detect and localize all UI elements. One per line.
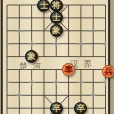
piece-black-elephant[interactable]: 象 xyxy=(50,24,63,37)
piece-character: 士 xyxy=(52,11,61,24)
piece-character: 卒 xyxy=(77,102,86,114)
piece-red-chariot[interactable]: 車 xyxy=(62,63,75,76)
piece-character: 車 xyxy=(64,63,73,76)
piece-black-soldier[interactable]: 卒 xyxy=(74,102,87,114)
piece-black-elephant[interactable]: 象 xyxy=(25,50,38,63)
piece-character: 兵 xyxy=(104,65,113,78)
xiangqi-app-screen: 楚河 汉界 士将士象象車兵卒卒 xyxy=(0,0,114,114)
piece-black-advisor[interactable]: 士 xyxy=(50,11,63,24)
piece-character: 象 xyxy=(52,24,61,37)
piece-character: 士 xyxy=(40,0,49,12)
piece-character: 将 xyxy=(52,0,61,12)
piece-red-soldier[interactable]: 兵 xyxy=(102,65,114,78)
piece-character: 象 xyxy=(27,50,36,63)
board-grid[interactable]: 士将士象象車兵卒卒 xyxy=(1,0,112,114)
piece-black-general[interactable]: 将 xyxy=(50,0,63,12)
piece-black-advisor[interactable]: 士 xyxy=(37,0,50,12)
piece-black-soldier[interactable]: 卒 xyxy=(50,102,63,114)
piece-character: 卒 xyxy=(52,102,61,114)
